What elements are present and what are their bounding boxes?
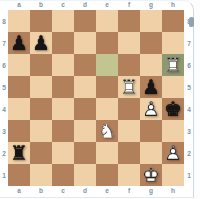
coordinate-label: d — [74, 0, 96, 9]
square-f6[interactable] — [118, 54, 140, 76]
square-d4[interactable] — [74, 98, 96, 120]
white-piece-outline: ♘ — [96, 120, 118, 142]
square-e7[interactable] — [96, 32, 118, 54]
coordinate-label: 7 — [0, 32, 8, 54]
file-labels-top: abcdefgh — [8, 0, 184, 9]
square-b2[interactable] — [30, 142, 52, 164]
square-a2[interactable]: ♜ — [8, 142, 30, 164]
square-b4[interactable] — [30, 98, 52, 120]
square-f4[interactable] — [118, 98, 140, 120]
square-c2[interactable] — [52, 142, 74, 164]
square-c8[interactable] — [52, 10, 74, 32]
square-e5[interactable] — [96, 76, 118, 98]
coordinate-label: d — [74, 186, 96, 195]
square-h4[interactable]: ♚ — [162, 98, 184, 120]
square-e4[interactable] — [96, 98, 118, 120]
square-e8[interactable] — [96, 10, 118, 32]
coordinate-label: c — [52, 0, 74, 9]
square-g6[interactable] — [140, 54, 162, 76]
coordinate-label: 7 — [185, 32, 193, 54]
square-c7[interactable] — [52, 32, 74, 54]
coordinate-label: 6 — [0, 54, 8, 76]
square-g7[interactable] — [140, 32, 162, 54]
coordinate-label: 1 — [185, 164, 193, 186]
square-c5[interactable] — [52, 76, 74, 98]
coordinate-label: a — [8, 186, 30, 195]
rank-labels-right: 87654321 — [185, 10, 193, 186]
coordinate-label: e — [96, 186, 118, 195]
square-h1[interactable] — [162, 164, 184, 186]
coordinate-label: b — [30, 0, 52, 9]
coordinate-label: 1 — [0, 164, 8, 186]
black-piece-glyph: ♟ — [30, 32, 52, 54]
square-d3[interactable] — [74, 120, 96, 142]
piece-white-rook[interactable]: ♜♖ — [162, 54, 184, 76]
white-piece-outline: ♖ — [162, 54, 184, 76]
square-f7[interactable] — [118, 32, 140, 54]
piece-black-king[interactable]: ♚ — [162, 98, 184, 120]
square-c6[interactable] — [52, 54, 74, 76]
square-h7[interactable] — [162, 32, 184, 54]
white-piece-outline: ♙ — [140, 98, 162, 120]
coordinate-label: 3 — [0, 120, 8, 142]
square-d2[interactable] — [74, 142, 96, 164]
coordinate-label: 2 — [185, 142, 193, 164]
coordinate-label: 4 — [185, 98, 193, 120]
square-f1[interactable] — [118, 164, 140, 186]
square-d1[interactable] — [74, 164, 96, 186]
square-a8[interactable] — [8, 10, 30, 32]
square-a4[interactable] — [8, 98, 30, 120]
square-d6[interactable] — [74, 54, 96, 76]
square-d5[interactable] — [74, 76, 96, 98]
square-h6[interactable]: ♜♖ — [162, 54, 184, 76]
coordinate-label: 3 — [185, 120, 193, 142]
square-e2[interactable] — [96, 142, 118, 164]
rank-labels-left: 87654321 — [0, 10, 8, 186]
coordinate-label: 4 — [0, 98, 8, 120]
black-piece-glyph: ♜ — [8, 142, 30, 164]
square-b8[interactable] — [30, 10, 52, 32]
chess-board[interactable]: ♟♟♜♖♜♖♟♟♙♚♞♘♜♟♙♚♔ — [8, 10, 184, 186]
square-g3[interactable] — [140, 120, 162, 142]
coordinate-label: 5 — [185, 76, 193, 98]
white-piece-outline: ♙ — [162, 142, 184, 164]
coordinate-label: c — [52, 186, 74, 195]
square-b6[interactable] — [30, 54, 52, 76]
square-b5[interactable] — [30, 76, 52, 98]
scrollbar-thumb[interactable] — [189, 17, 194, 27]
square-e6[interactable] — [96, 54, 118, 76]
piece-black-rook[interactable]: ♜ — [8, 142, 30, 164]
coordinate-label: h — [162, 0, 184, 9]
square-f2[interactable] — [118, 142, 140, 164]
square-f3[interactable] — [118, 120, 140, 142]
coordinate-label: g — [140, 186, 162, 195]
piece-white-king[interactable]: ♚♔ — [140, 164, 162, 186]
square-e1[interactable] — [96, 164, 118, 186]
white-piece-outline: ♔ — [140, 164, 162, 186]
square-c3[interactable] — [52, 120, 74, 142]
coordinate-label: a — [8, 0, 30, 9]
black-piece-glyph: ♚ — [162, 98, 184, 120]
square-b7[interactable]: ♟ — [30, 32, 52, 54]
coordinate-label: 8 — [0, 10, 8, 32]
square-c1[interactable] — [52, 164, 74, 186]
black-piece-glyph: ♟ — [8, 32, 30, 54]
square-g1[interactable]: ♚♔ — [140, 164, 162, 186]
white-piece-outline: ♖ — [118, 76, 140, 98]
coordinate-label: 5 — [0, 76, 8, 98]
square-a3[interactable] — [8, 120, 30, 142]
black-piece-glyph: ♟ — [140, 76, 162, 98]
file-labels-bottom: abcdefgh — [8, 186, 184, 195]
square-h8[interactable] — [162, 10, 184, 32]
square-d8[interactable] — [74, 10, 96, 32]
coordinate-label: e — [96, 0, 118, 9]
square-b3[interactable] — [30, 120, 52, 142]
coordinate-label: 2 — [0, 142, 8, 164]
square-h5[interactable] — [162, 76, 184, 98]
coordinate-label: b — [30, 186, 52, 195]
square-f8[interactable] — [118, 10, 140, 32]
piece-black-pawn[interactable]: ♟ — [30, 32, 52, 54]
square-g4[interactable]: ♟♙ — [140, 98, 162, 120]
coordinate-label: h — [162, 186, 184, 195]
square-g2[interactable] — [140, 142, 162, 164]
piece-white-knight[interactable]: ♞♘ — [96, 120, 118, 142]
piece-white-pawn[interactable]: ♟♙ — [140, 98, 162, 120]
coordinate-label: f — [118, 0, 140, 9]
piece-white-rook[interactable]: ♜♖ — [118, 76, 140, 98]
square-g5[interactable]: ♟ — [140, 76, 162, 98]
piece-black-pawn[interactable]: ♟ — [140, 76, 162, 98]
square-d7[interactable] — [74, 32, 96, 54]
coordinate-label: 6 — [185, 54, 193, 76]
square-h3[interactable] — [162, 120, 184, 142]
square-e3[interactable]: ♞♘ — [96, 120, 118, 142]
square-h2[interactable]: ♟♙ — [162, 142, 184, 164]
square-a7[interactable]: ♟ — [8, 32, 30, 54]
square-g8[interactable] — [140, 10, 162, 32]
square-a1[interactable] — [8, 164, 30, 186]
coordinate-label: g — [140, 0, 162, 9]
coordinate-label: f — [118, 186, 140, 195]
square-b1[interactable] — [30, 164, 52, 186]
square-f5[interactable]: ♜♖ — [118, 76, 140, 98]
piece-black-pawn[interactable]: ♟ — [8, 32, 30, 54]
square-c4[interactable] — [52, 98, 74, 120]
square-a5[interactable] — [8, 76, 30, 98]
piece-white-pawn[interactable]: ♟♙ — [162, 142, 184, 164]
square-a6[interactable] — [8, 54, 30, 76]
